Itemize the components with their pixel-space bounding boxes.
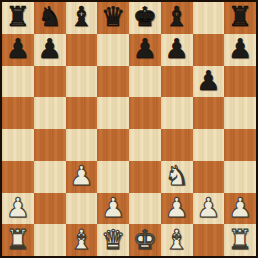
square-a6[interactable] — [2, 66, 34, 98]
square-h7[interactable]: ♟ — [224, 34, 256, 66]
square-h2[interactable]: ♟ — [224, 193, 256, 225]
square-e5[interactable] — [129, 97, 161, 129]
piece-white-bishop: ♝ — [165, 226, 189, 253]
square-d7[interactable] — [97, 34, 129, 66]
piece-black-bishop: ♝ — [165, 3, 189, 30]
piece-black-knight: ♞ — [38, 3, 62, 30]
square-h1[interactable]: ♜ — [224, 224, 256, 256]
piece-black-rook: ♜ — [228, 3, 252, 30]
square-a5[interactable] — [2, 97, 34, 129]
square-b8[interactable]: ♞ — [34, 2, 66, 34]
square-e4[interactable] — [129, 129, 161, 161]
square-c3[interactable]: ♟ — [66, 161, 98, 193]
square-a7[interactable]: ♟ — [2, 34, 34, 66]
piece-black-pawn: ♟ — [196, 67, 220, 94]
square-h3[interactable] — [224, 161, 256, 193]
square-h8[interactable]: ♜ — [224, 2, 256, 34]
square-g4[interactable] — [193, 129, 225, 161]
square-g7[interactable] — [193, 34, 225, 66]
piece-white-pawn: ♟ — [6, 194, 30, 221]
square-f5[interactable] — [161, 97, 193, 129]
square-e6[interactable] — [129, 66, 161, 98]
square-d6[interactable] — [97, 66, 129, 98]
piece-black-king: ♚ — [133, 3, 157, 30]
square-c7[interactable] — [66, 34, 98, 66]
piece-black-pawn: ♟ — [38, 35, 62, 62]
square-f2[interactable]: ♟ — [161, 193, 193, 225]
piece-black-pawn: ♟ — [6, 35, 30, 62]
square-e2[interactable] — [129, 193, 161, 225]
square-f8[interactable]: ♝ — [161, 2, 193, 34]
square-a3[interactable] — [2, 161, 34, 193]
square-h5[interactable] — [224, 97, 256, 129]
square-h6[interactable] — [224, 66, 256, 98]
square-f1[interactable]: ♝ — [161, 224, 193, 256]
chess-board: ♜♞♝♛♚♝♜♟♟♟♟♟♟♟♞♟♟♟♟♟♜♝♛♚♝♜ — [2, 2, 256, 256]
square-f4[interactable] — [161, 129, 193, 161]
piece-black-pawn: ♟ — [165, 35, 189, 62]
square-d1[interactable]: ♛ — [97, 224, 129, 256]
square-e8[interactable]: ♚ — [129, 2, 161, 34]
square-c6[interactable] — [66, 66, 98, 98]
piece-white-pawn: ♟ — [101, 194, 125, 221]
piece-white-rook: ♜ — [228, 226, 252, 253]
chess-board-frame: ♜♞♝♛♚♝♜♟♟♟♟♟♟♟♞♟♟♟♟♟♜♝♛♚♝♜ — [0, 0, 258, 258]
piece-white-pawn: ♟ — [165, 194, 189, 221]
square-a1[interactable]: ♜ — [2, 224, 34, 256]
piece-white-queen: ♛ — [101, 226, 125, 253]
piece-white-rook: ♜ — [6, 226, 30, 253]
piece-black-rook: ♜ — [6, 3, 30, 30]
piece-white-pawn: ♟ — [228, 194, 252, 221]
square-b6[interactable] — [34, 66, 66, 98]
piece-white-pawn: ♟ — [69, 162, 93, 189]
square-g3[interactable] — [193, 161, 225, 193]
piece-white-bishop: ♝ — [69, 226, 93, 253]
piece-black-pawn: ♟ — [228, 35, 252, 62]
square-e1[interactable]: ♚ — [129, 224, 161, 256]
square-g2[interactable]: ♟ — [193, 193, 225, 225]
square-a8[interactable]: ♜ — [2, 2, 34, 34]
square-b3[interactable] — [34, 161, 66, 193]
square-h4[interactable] — [224, 129, 256, 161]
square-c8[interactable]: ♝ — [66, 2, 98, 34]
square-e7[interactable]: ♟ — [129, 34, 161, 66]
square-g5[interactable] — [193, 97, 225, 129]
square-d3[interactable] — [97, 161, 129, 193]
piece-black-pawn: ♟ — [133, 35, 157, 62]
square-e3[interactable] — [129, 161, 161, 193]
square-d4[interactable] — [97, 129, 129, 161]
square-c2[interactable] — [66, 193, 98, 225]
piece-white-pawn: ♟ — [196, 194, 220, 221]
piece-white-knight: ♞ — [165, 162, 189, 189]
square-c4[interactable] — [66, 129, 98, 161]
square-d8[interactable]: ♛ — [97, 2, 129, 34]
square-f3[interactable]: ♞ — [161, 161, 193, 193]
square-b7[interactable]: ♟ — [34, 34, 66, 66]
square-d5[interactable] — [97, 97, 129, 129]
square-b1[interactable] — [34, 224, 66, 256]
square-c5[interactable] — [66, 97, 98, 129]
square-g8[interactable] — [193, 2, 225, 34]
square-d2[interactable]: ♟ — [97, 193, 129, 225]
square-c1[interactable]: ♝ — [66, 224, 98, 256]
square-a4[interactable] — [2, 129, 34, 161]
square-g1[interactable] — [193, 224, 225, 256]
piece-black-queen: ♛ — [101, 3, 125, 30]
square-g6[interactable]: ♟ — [193, 66, 225, 98]
square-b4[interactable] — [34, 129, 66, 161]
square-a2[interactable]: ♟ — [2, 193, 34, 225]
square-b5[interactable] — [34, 97, 66, 129]
square-b2[interactable] — [34, 193, 66, 225]
square-f7[interactable]: ♟ — [161, 34, 193, 66]
square-f6[interactable] — [161, 66, 193, 98]
piece-white-king: ♚ — [133, 226, 157, 253]
piece-black-bishop: ♝ — [69, 3, 93, 30]
